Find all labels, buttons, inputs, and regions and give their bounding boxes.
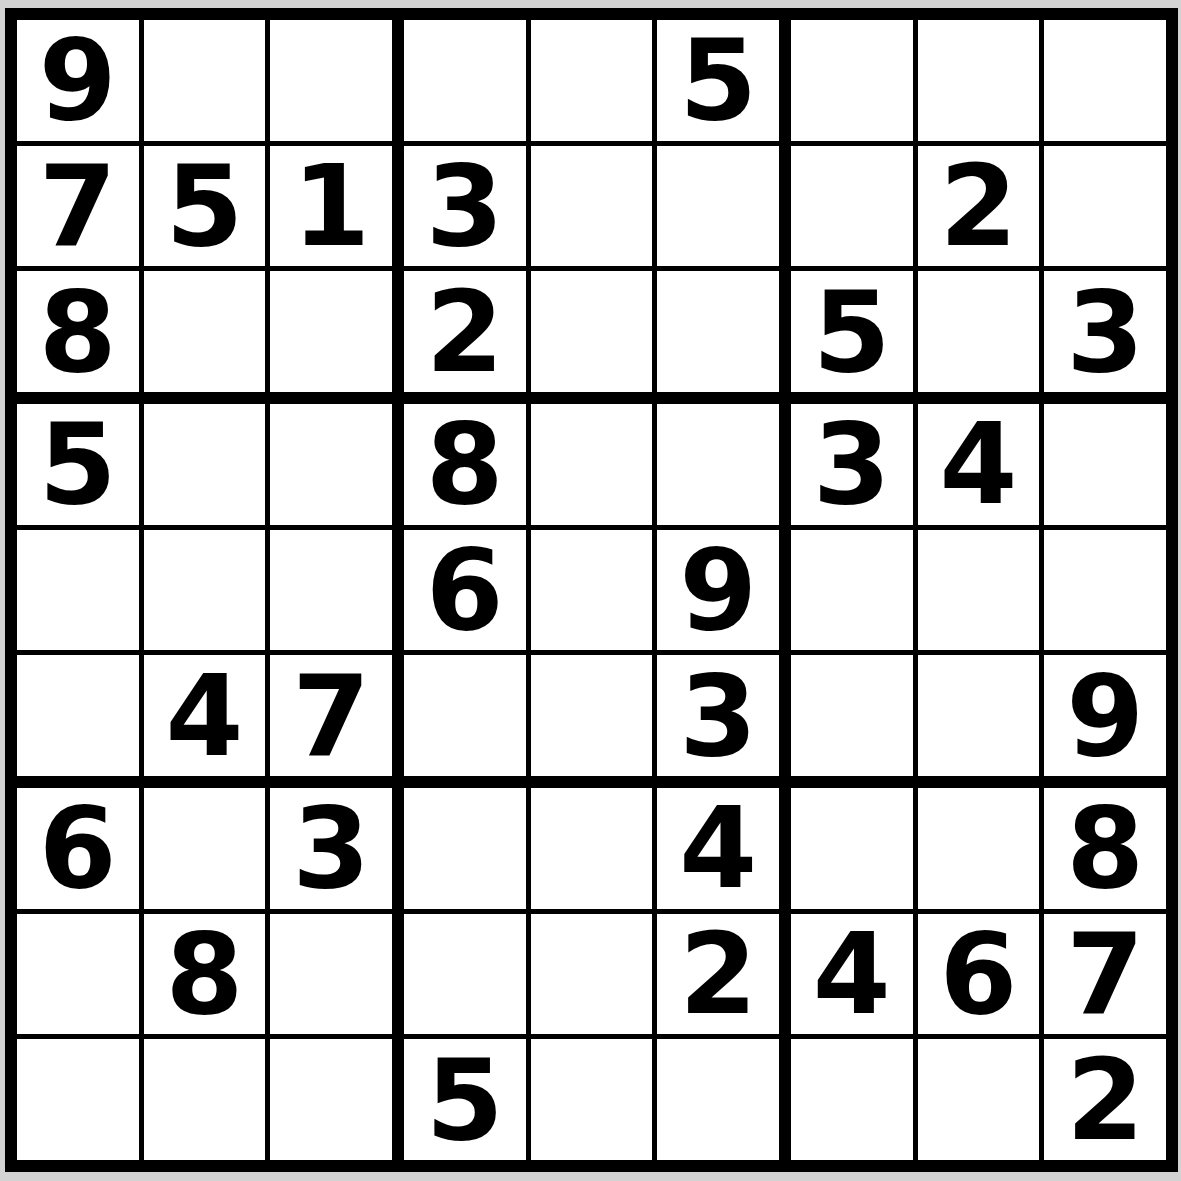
cell-r4c6[interactable] xyxy=(657,404,779,525)
cell-r9c8[interactable] xyxy=(918,1039,1040,1160)
cell-r4c4: 8 xyxy=(404,404,526,525)
cell-r4c5[interactable] xyxy=(531,404,653,525)
cell-r2c3: 1 xyxy=(270,146,392,267)
box-2-1: 547 xyxy=(17,404,392,776)
cell-r7c9: 8 xyxy=(1044,788,1166,909)
cell-r3c8[interactable] xyxy=(918,271,1040,392)
cell-r3c2[interactable] xyxy=(144,271,266,392)
cell-r5c7[interactable] xyxy=(791,530,913,651)
cell-r8c4[interactable] xyxy=(404,914,526,1035)
cell-r2c6[interactable] xyxy=(657,146,779,267)
cell-r8c1[interactable] xyxy=(17,914,139,1035)
cell-r4c1: 5 xyxy=(17,404,139,525)
cell-r2c1: 7 xyxy=(17,146,139,267)
sudoku-board: 97518532253547869334963842584672 xyxy=(5,8,1178,1172)
cell-r8c9: 7 xyxy=(1044,914,1166,1035)
board-grid: 97518532253547869334963842584672 xyxy=(17,20,1166,1160)
box-3-3: 84672 xyxy=(791,788,1166,1160)
cell-r8c2: 8 xyxy=(144,914,266,1035)
cell-r5c9[interactable] xyxy=(1044,530,1166,651)
cell-r6c6: 3 xyxy=(657,655,779,776)
cell-r6c7[interactable] xyxy=(791,655,913,776)
cell-r9c6[interactable] xyxy=(657,1039,779,1160)
cell-r2c7[interactable] xyxy=(791,146,913,267)
cell-r6c8[interactable] xyxy=(918,655,1040,776)
cell-r3c9: 3 xyxy=(1044,271,1166,392)
cell-r4c8: 4 xyxy=(918,404,1040,525)
cell-r3c4: 2 xyxy=(404,271,526,392)
cell-r8c7: 4 xyxy=(791,914,913,1035)
cell-r6c1[interactable] xyxy=(17,655,139,776)
cell-r1c7[interactable] xyxy=(791,20,913,141)
cell-r1c9[interactable] xyxy=(1044,20,1166,141)
cell-r3c7: 5 xyxy=(791,271,913,392)
box-2-2: 8693 xyxy=(404,404,779,776)
cell-r2c4: 3 xyxy=(404,146,526,267)
cell-r1c4[interactable] xyxy=(404,20,526,141)
box-1-3: 253 xyxy=(791,20,1166,392)
cell-r4c7: 3 xyxy=(791,404,913,525)
cell-r5c5[interactable] xyxy=(531,530,653,651)
cell-r6c3: 7 xyxy=(270,655,392,776)
cell-r6c9: 9 xyxy=(1044,655,1166,776)
cell-r5c3[interactable] xyxy=(270,530,392,651)
cell-r1c8[interactable] xyxy=(918,20,1040,141)
box-1-1: 97518 xyxy=(17,20,392,392)
cell-r5c1[interactable] xyxy=(17,530,139,651)
cell-r6c4[interactable] xyxy=(404,655,526,776)
cell-r9c3[interactable] xyxy=(270,1039,392,1160)
cell-r9c4: 5 xyxy=(404,1039,526,1160)
cell-r3c3[interactable] xyxy=(270,271,392,392)
cell-r3c5[interactable] xyxy=(531,271,653,392)
cell-r2c2: 5 xyxy=(144,146,266,267)
cell-r9c5[interactable] xyxy=(531,1039,653,1160)
cell-r8c6: 2 xyxy=(657,914,779,1035)
cell-r2c8: 2 xyxy=(918,146,1040,267)
cell-r3c6[interactable] xyxy=(657,271,779,392)
cell-r6c5[interactable] xyxy=(531,655,653,776)
cell-r5c4: 6 xyxy=(404,530,526,651)
cell-r2c5[interactable] xyxy=(531,146,653,267)
cell-r1c6: 5 xyxy=(657,20,779,141)
cell-r9c2[interactable] xyxy=(144,1039,266,1160)
box-3-1: 638 xyxy=(17,788,392,1160)
cell-r5c8[interactable] xyxy=(918,530,1040,651)
cell-r4c9[interactable] xyxy=(1044,404,1166,525)
cell-r4c2[interactable] xyxy=(144,404,266,525)
cell-r8c3[interactable] xyxy=(270,914,392,1035)
cell-r9c7[interactable] xyxy=(791,1039,913,1160)
cell-r9c9: 2 xyxy=(1044,1039,1166,1160)
cell-r1c1: 9 xyxy=(17,20,139,141)
cell-r7c6: 4 xyxy=(657,788,779,909)
cell-r6c2: 4 xyxy=(144,655,266,776)
cell-r7c5[interactable] xyxy=(531,788,653,909)
cell-r1c5[interactable] xyxy=(531,20,653,141)
cell-r2c9[interactable] xyxy=(1044,146,1166,267)
cell-r7c3: 3 xyxy=(270,788,392,909)
box-1-2: 532 xyxy=(404,20,779,392)
cell-r9c1[interactable] xyxy=(17,1039,139,1160)
cell-r1c3[interactable] xyxy=(270,20,392,141)
cell-r4c3[interactable] xyxy=(270,404,392,525)
cell-r7c1: 6 xyxy=(17,788,139,909)
cell-r3c1: 8 xyxy=(17,271,139,392)
cell-r7c8[interactable] xyxy=(918,788,1040,909)
cell-r1c2[interactable] xyxy=(144,20,266,141)
cell-r8c8: 6 xyxy=(918,914,1040,1035)
cell-r7c7[interactable] xyxy=(791,788,913,909)
box-3-2: 425 xyxy=(404,788,779,1160)
box-2-3: 349 xyxy=(791,404,1166,776)
cell-r5c2[interactable] xyxy=(144,530,266,651)
cell-r7c4[interactable] xyxy=(404,788,526,909)
sudoku-puzzle-image: 97518532253547869334963842584672 xyxy=(0,0,1181,1181)
cell-r8c5[interactable] xyxy=(531,914,653,1035)
cell-r7c2[interactable] xyxy=(144,788,266,909)
cell-r5c6: 9 xyxy=(657,530,779,651)
